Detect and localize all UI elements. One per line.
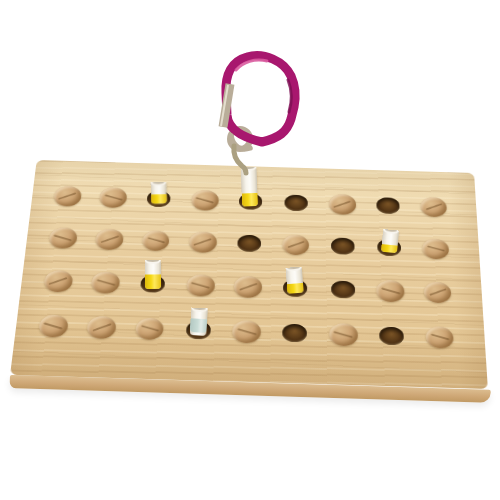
tube-band xyxy=(286,283,303,294)
tube-band xyxy=(151,194,167,204)
cell-r4c4 xyxy=(173,306,224,353)
carabiner-gate-highlight xyxy=(221,85,228,126)
paper-tube-yellow xyxy=(144,260,161,289)
cork-peg xyxy=(234,275,263,297)
cell-r3c7 xyxy=(319,267,367,313)
cork-peg xyxy=(99,187,128,208)
cork-peg xyxy=(48,227,78,249)
empty-hole xyxy=(376,197,400,214)
empty-hole xyxy=(379,326,404,345)
cell-r2c4 xyxy=(178,220,227,264)
hook-loop-icon xyxy=(230,129,250,149)
cell-r2c9 xyxy=(412,227,461,271)
carabiner-body xyxy=(226,56,295,142)
empty-hole xyxy=(331,237,355,255)
carabiner-shade xyxy=(288,80,291,112)
cell-r1c2 xyxy=(88,176,137,218)
paper-tube-blue xyxy=(190,307,208,336)
cork-peg xyxy=(53,185,82,206)
cell-r4c9 xyxy=(415,314,465,361)
cork-peg xyxy=(422,238,449,259)
cork-peg xyxy=(232,320,261,343)
paper-tube-yellow xyxy=(381,229,399,253)
cork-peg xyxy=(420,197,447,217)
paper-tube-yellow xyxy=(285,266,303,293)
empty-hole xyxy=(331,280,355,298)
carabiner-highlight xyxy=(236,60,267,70)
product-photo xyxy=(0,0,500,500)
paper-tube-yellow xyxy=(241,166,258,206)
cork-peg xyxy=(376,279,404,301)
cell-r4c5 xyxy=(221,308,271,355)
cell-r3c6 xyxy=(271,265,319,311)
cork-peg xyxy=(91,271,121,293)
cell-r3c9 xyxy=(413,269,463,315)
cork-peg xyxy=(95,228,124,250)
cork-peg xyxy=(283,234,310,255)
cell-r4c2 xyxy=(75,304,127,351)
empty-hole xyxy=(282,323,307,342)
cell-r3c2 xyxy=(80,260,131,305)
tube-band xyxy=(190,318,208,333)
cork-peg xyxy=(329,193,356,214)
cell-r1c7 xyxy=(319,183,365,225)
paper-tube-yellow xyxy=(150,182,166,204)
peg-grid xyxy=(10,160,488,389)
cork-peg xyxy=(426,326,454,348)
hook-front xyxy=(231,136,250,149)
cell-r4c1 xyxy=(26,302,79,349)
cell-r2c3 xyxy=(131,219,181,263)
empty-hole xyxy=(285,194,308,211)
cell-r3c3 xyxy=(128,261,179,306)
cell-r4c7 xyxy=(319,311,368,358)
cork-peg xyxy=(142,230,170,251)
cell-r3c4 xyxy=(175,262,225,307)
cell-r3c1 xyxy=(32,258,84,303)
cork-peg xyxy=(186,274,215,296)
cork-peg xyxy=(424,281,452,303)
cork-peg xyxy=(86,315,116,338)
cork-peg xyxy=(38,314,69,337)
cell-r2c7 xyxy=(319,224,366,268)
cell-r4c3 xyxy=(124,305,176,352)
cell-r2c1 xyxy=(37,216,88,260)
tube-band xyxy=(242,193,258,207)
cell-r1c6 xyxy=(273,182,319,224)
cork-peg xyxy=(43,270,73,292)
cell-r2c5 xyxy=(225,221,273,265)
cell-r1c1 xyxy=(42,175,92,217)
cork-peg xyxy=(135,317,164,339)
foraging-board xyxy=(10,160,488,389)
cell-r2c6 xyxy=(272,223,319,267)
tube-band xyxy=(381,244,398,253)
empty-hole xyxy=(237,234,261,252)
cell-r4c8 xyxy=(367,312,417,359)
cell-r1c8 xyxy=(365,184,412,227)
cell-r3c5 xyxy=(223,264,272,310)
cell-r1c9 xyxy=(410,186,458,229)
cell-r1c4 xyxy=(181,179,229,221)
cell-r1c5 xyxy=(227,180,274,222)
cork-peg xyxy=(329,323,358,346)
cell-r4c6 xyxy=(270,309,319,356)
cork-peg xyxy=(188,231,216,253)
tube-band xyxy=(144,274,160,289)
cell-r2c8 xyxy=(366,225,414,269)
cell-r3c8 xyxy=(366,268,415,314)
cell-r2c2 xyxy=(84,217,134,261)
carabiner-gate xyxy=(223,84,230,127)
cork-peg xyxy=(191,189,219,210)
cell-r1c3 xyxy=(134,177,183,219)
